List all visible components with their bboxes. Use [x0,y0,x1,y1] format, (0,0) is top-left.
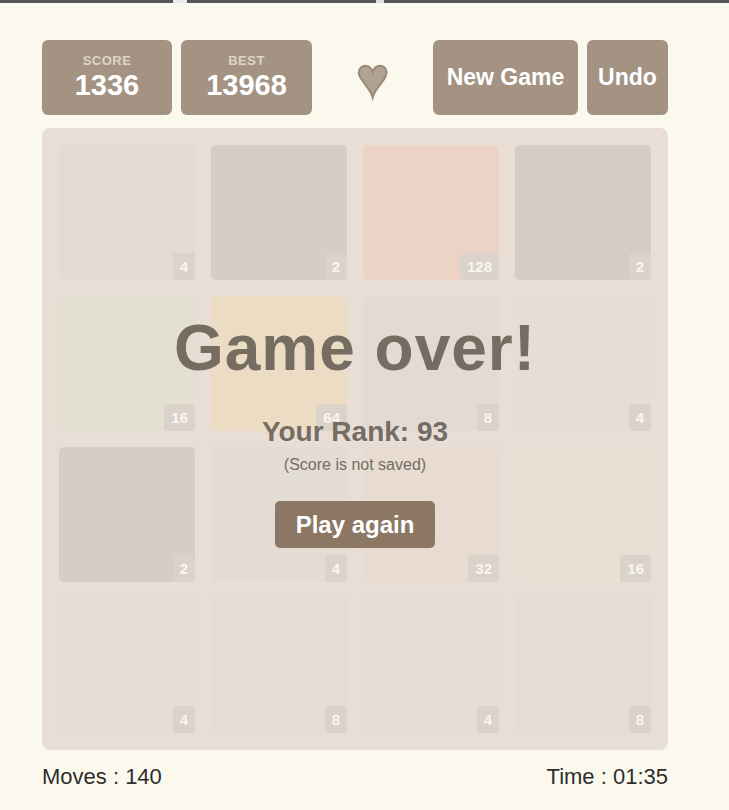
time-counter: Time : 01:35 [547,762,668,792]
best-value: 13968 [206,70,287,100]
game-over-overlay: Game over! Your Rank: 93 (Score is not s… [42,128,668,750]
best-label: BEST [228,53,265,68]
header-bar: SCORE 1336 BEST 13968 ♥ New Game Undo [42,40,668,115]
game-over-title: Game over! [174,316,536,380]
heart-icon[interactable]: ♥ [356,50,389,106]
new-game-button[interactable]: New Game [433,40,578,115]
window-top-edge [0,0,729,3]
game-page: SCORE 1336 BEST 13968 ♥ New Game Undo 4 … [42,40,668,792]
score-not-saved-note: (Score is not saved) [284,455,426,474]
score-box: SCORE 1336 [42,40,172,115]
rank-text: Your Rank: 93 [262,418,448,446]
board: 4 2 128 2 16 64 8 4 2 4 32 16 4 8 4 8 Ga… [42,128,668,750]
best-box: BEST 13968 [181,40,312,115]
footer-bar: Moves : 140 Time : 01:35 [42,762,668,792]
moves-counter: Moves : 140 [42,762,162,792]
score-label: SCORE [83,53,132,68]
play-again-button[interactable]: Play again [275,501,435,548]
undo-button[interactable]: Undo [587,40,668,115]
score-value: 1336 [75,70,140,100]
